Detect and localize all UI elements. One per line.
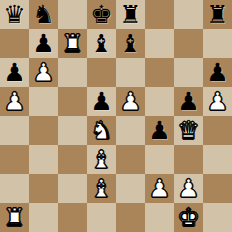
square-g6[interactable] <box>174 58 203 87</box>
square-g5[interactable]: ♟ <box>174 87 203 116</box>
square-e1[interactable] <box>116 203 145 232</box>
square-a1[interactable]: ♜ <box>0 203 29 232</box>
square-b4[interactable] <box>29 116 58 145</box>
black-queen: ♛ <box>3 0 25 29</box>
black-pawn: ♟ <box>90 87 112 116</box>
square-a2[interactable] <box>0 174 29 203</box>
square-c5[interactable] <box>58 87 87 116</box>
white-pawn: ♟ <box>119 87 141 116</box>
square-d4[interactable]: ♞ <box>87 116 116 145</box>
square-c2[interactable] <box>58 174 87 203</box>
white-bishop: ♝ <box>90 174 112 203</box>
square-f3[interactable] <box>145 145 174 174</box>
square-d8[interactable]: ♚ <box>87 0 116 29</box>
white-pawn: ♟ <box>206 87 228 116</box>
square-d5[interactable]: ♟ <box>87 87 116 116</box>
white-pawn: ♟ <box>177 174 199 203</box>
square-g1[interactable]: ♚ <box>174 203 203 232</box>
square-f5[interactable] <box>145 87 174 116</box>
square-h5[interactable]: ♟ <box>203 87 232 116</box>
white-pawn: ♟ <box>32 58 54 87</box>
square-h2[interactable] <box>203 174 232 203</box>
black-rook: ♜ <box>206 0 228 29</box>
square-f1[interactable] <box>145 203 174 232</box>
square-a4[interactable] <box>0 116 29 145</box>
white-pawn: ♟ <box>3 87 25 116</box>
square-h8[interactable]: ♜ <box>203 0 232 29</box>
square-a6[interactable]: ♟ <box>0 58 29 87</box>
white-rook: ♜ <box>61 29 83 58</box>
square-a7[interactable] <box>0 29 29 58</box>
square-g2[interactable]: ♟ <box>174 174 203 203</box>
square-h6[interactable]: ♟ <box>203 58 232 87</box>
square-d7[interactable]: ♝ <box>87 29 116 58</box>
square-a3[interactable] <box>0 145 29 174</box>
black-bishop: ♝ <box>119 29 141 58</box>
square-a8[interactable]: ♛ <box>0 0 29 29</box>
square-g7[interactable] <box>174 29 203 58</box>
square-e8[interactable]: ♜ <box>116 0 145 29</box>
chess-board: ♛♞♚♜♜♟♜♝♝♟♟♟♟♟♟♟♟♞♟♛♝♝♟♟♜♚ <box>0 0 232 232</box>
square-c6[interactable] <box>58 58 87 87</box>
square-d2[interactable]: ♝ <box>87 174 116 203</box>
square-c3[interactable] <box>58 145 87 174</box>
square-f8[interactable] <box>145 0 174 29</box>
black-rook: ♜ <box>119 0 141 29</box>
square-c7[interactable]: ♜ <box>58 29 87 58</box>
square-h3[interactable] <box>203 145 232 174</box>
square-e4[interactable] <box>116 116 145 145</box>
square-b1[interactable] <box>29 203 58 232</box>
square-c1[interactable] <box>58 203 87 232</box>
square-h7[interactable] <box>203 29 232 58</box>
black-king: ♚ <box>90 0 112 29</box>
square-b8[interactable]: ♞ <box>29 0 58 29</box>
black-pawn: ♟ <box>206 58 228 87</box>
square-f4[interactable]: ♟ <box>145 116 174 145</box>
square-b5[interactable] <box>29 87 58 116</box>
square-f2[interactable]: ♟ <box>145 174 174 203</box>
square-e3[interactable] <box>116 145 145 174</box>
square-c4[interactable] <box>58 116 87 145</box>
square-c8[interactable] <box>58 0 87 29</box>
square-e6[interactable] <box>116 58 145 87</box>
square-g8[interactable] <box>174 0 203 29</box>
square-g4[interactable]: ♛ <box>174 116 203 145</box>
black-pawn: ♟ <box>3 58 25 87</box>
square-b3[interactable] <box>29 145 58 174</box>
black-bishop: ♝ <box>90 29 112 58</box>
square-d6[interactable] <box>87 58 116 87</box>
square-b2[interactable] <box>29 174 58 203</box>
white-rook: ♜ <box>3 203 25 232</box>
square-f7[interactable] <box>145 29 174 58</box>
black-pawn: ♟ <box>148 116 170 145</box>
square-f6[interactable] <box>145 58 174 87</box>
white-king: ♚ <box>177 203 199 232</box>
white-bishop: ♝ <box>90 145 112 174</box>
square-b6[interactable]: ♟ <box>29 58 58 87</box>
square-d3[interactable]: ♝ <box>87 145 116 174</box>
square-e2[interactable] <box>116 174 145 203</box>
white-pawn: ♟ <box>148 174 170 203</box>
white-queen: ♛ <box>177 116 199 145</box>
square-a5[interactable]: ♟ <box>0 87 29 116</box>
white-knight: ♞ <box>90 116 112 145</box>
square-e5[interactable]: ♟ <box>116 87 145 116</box>
black-knight: ♞ <box>32 0 54 29</box>
square-e7[interactable]: ♝ <box>116 29 145 58</box>
square-h1[interactable] <box>203 203 232 232</box>
black-pawn: ♟ <box>177 87 199 116</box>
square-h4[interactable] <box>203 116 232 145</box>
black-pawn: ♟ <box>32 29 54 58</box>
square-g3[interactable] <box>174 145 203 174</box>
square-d1[interactable] <box>87 203 116 232</box>
square-b7[interactable]: ♟ <box>29 29 58 58</box>
